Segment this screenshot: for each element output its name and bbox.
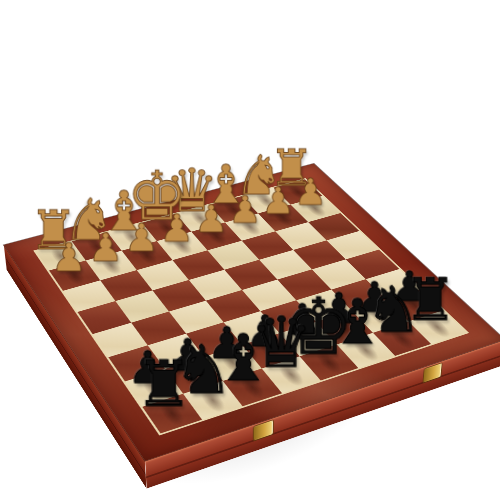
product-photo-stage: ♜♟♞♟♝♟♛♟♚♟♝♟♟♞♜♟♟♜♞♟♟♝♟♚♟♛♟♝♟♞♟♜ <box>0 0 500 500</box>
scene-3d: ♜♟♞♟♝♟♛♟♚♟♝♟♟♞♜♟♟♜♞♟♟♝♟♚♟♛♟♝♟♞♟♜ <box>0 0 500 500</box>
chess-board: ♜♟♞♟♝♟♛♟♚♟♝♟♟♞♜♟♟♜♞♟♟♝♟♚♟♛♟♝♟♞♟♜ <box>4 164 500 461</box>
piece-black-rook: ♜ <box>113 353 215 416</box>
